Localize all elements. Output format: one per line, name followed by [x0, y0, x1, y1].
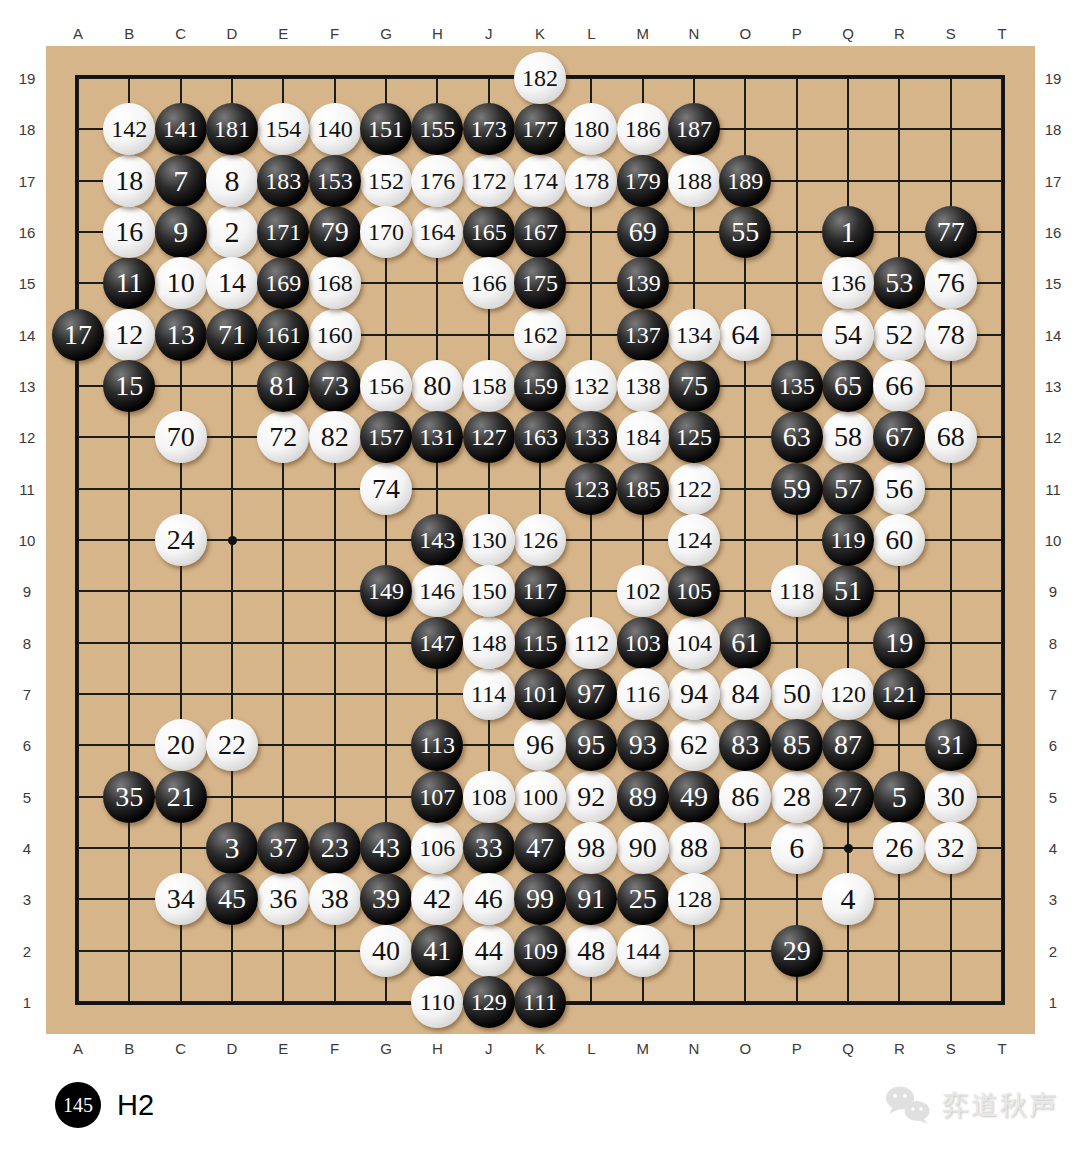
coord-label-col-J: J	[485, 1040, 493, 1057]
stone-R11-move-56: 56	[873, 463, 925, 515]
coord-label-row-12: 12	[1045, 429, 1062, 446]
coord-label-row-1: 1	[1049, 994, 1057, 1011]
stone-J13-move-158: 158	[463, 360, 515, 412]
coord-label-col-H: H	[432, 25, 443, 42]
stone-G3-move-39: 39	[360, 873, 412, 925]
coord-label-row-13: 13	[1045, 378, 1062, 395]
footnote-stone-black: 145	[55, 1082, 101, 1128]
coord-label-col-T: T	[997, 1040, 1006, 1057]
stone-H1-move-110: 110	[411, 976, 463, 1028]
coord-label-col-O: O	[739, 1040, 751, 1057]
stone-B5-move-35: 35	[103, 771, 155, 823]
stone-G13-move-156: 156	[360, 360, 412, 412]
stone-D4-move-3: 3	[206, 822, 258, 874]
star-point-D10	[228, 536, 237, 545]
stone-C6-move-20: 20	[155, 719, 207, 771]
coord-label-row-9: 9	[1049, 583, 1057, 600]
coord-label-col-T: T	[997, 25, 1006, 42]
stone-B13-move-15: 15	[103, 360, 155, 412]
coord-label-col-D: D	[227, 1040, 238, 1057]
coord-label-col-N: N	[689, 25, 700, 42]
stone-M2-move-144: 144	[617, 925, 669, 977]
stone-L2-move-48: 48	[565, 925, 617, 977]
coord-label-row-8: 8	[23, 634, 31, 651]
stone-J16-move-165: 165	[463, 206, 515, 258]
stone-C10-move-24: 24	[155, 514, 207, 566]
stone-N5-move-49: 49	[668, 771, 720, 823]
coord-label-row-17: 17	[1045, 172, 1062, 189]
coord-label-col-F: F	[330, 1040, 339, 1057]
stone-R10-move-60: 60	[873, 514, 925, 566]
stone-O7-move-84: 84	[719, 668, 771, 720]
stone-C17-move-7: 7	[155, 155, 207, 207]
stone-Q6-move-87: 87	[822, 719, 874, 771]
stone-A14-move-17: 17	[52, 309, 104, 361]
stone-P6-move-85: 85	[771, 719, 823, 771]
coord-label-row-8: 8	[1049, 634, 1057, 651]
stone-O17-move-189: 189	[719, 155, 771, 207]
coord-label-col-Q: Q	[842, 25, 854, 42]
stone-G2-move-40: 40	[360, 925, 412, 977]
stone-N18-move-187: 187	[668, 103, 720, 155]
stone-G12-move-157: 157	[360, 411, 412, 463]
coord-label-col-G: G	[380, 1040, 392, 1057]
coord-label-row-2: 2	[23, 942, 31, 959]
stone-P7-move-50: 50	[771, 668, 823, 720]
stone-Q9-move-51: 51	[822, 565, 874, 617]
coord-label-row-15: 15	[1045, 275, 1062, 292]
wechat-logo-icon	[884, 1084, 934, 1126]
stone-Q3-move-4: 4	[822, 873, 874, 925]
stone-S6-move-31: 31	[925, 719, 977, 771]
stone-P5-move-28: 28	[771, 771, 823, 823]
stone-L17-move-178: 178	[565, 155, 617, 207]
stone-H10-move-143: 143	[411, 514, 463, 566]
stone-C14-move-13: 13	[155, 309, 207, 361]
stone-R8-move-19: 19	[873, 617, 925, 669]
stone-M5-move-89: 89	[617, 771, 669, 823]
stone-B16-move-16: 16	[103, 206, 155, 258]
stone-K1-move-111: 111	[514, 976, 566, 1028]
coord-label-col-F: F	[330, 25, 339, 42]
stone-L5-move-92: 92	[565, 771, 617, 823]
stone-J3-move-46: 46	[463, 873, 515, 925]
stone-E13-move-81: 81	[257, 360, 309, 412]
stone-N13-move-75: 75	[668, 360, 720, 412]
coord-label-row-10: 10	[19, 532, 36, 549]
stone-K3-move-99: 99	[514, 873, 566, 925]
stone-D14-move-71: 71	[206, 309, 258, 361]
coord-label-row-15: 15	[19, 275, 36, 292]
stone-M4-move-90: 90	[617, 822, 669, 874]
coord-label-row-7: 7	[23, 686, 31, 703]
stone-J2-move-44: 44	[463, 925, 515, 977]
stone-B14-move-12: 12	[103, 309, 155, 361]
stone-N8-move-104: 104	[668, 617, 720, 669]
stone-K10-move-126: 126	[514, 514, 566, 566]
coord-label-col-D: D	[227, 25, 238, 42]
stone-G4-move-43: 43	[360, 822, 412, 874]
coord-label-row-9: 9	[23, 583, 31, 600]
stone-J1-move-129: 129	[463, 976, 515, 1028]
stone-S14-move-78: 78	[925, 309, 977, 361]
stone-R14-move-52: 52	[873, 309, 925, 361]
stone-H5-move-107: 107	[411, 771, 463, 823]
stone-P4-move-6: 6	[771, 822, 823, 874]
stone-P13-move-135: 135	[771, 360, 823, 412]
coord-label-row-2: 2	[1049, 942, 1057, 959]
stone-L8-move-112: 112	[565, 617, 617, 669]
coord-label-col-A: A	[73, 1040, 83, 1057]
coord-label-col-P: P	[792, 25, 802, 42]
stone-H16-move-164: 164	[411, 206, 463, 258]
footnote-point-label: H2	[117, 1089, 154, 1122]
go-kifu-page: AABBCCDDEEFFGGHHJJKKLLMMNNOOPPQQRRSSTT19…	[0, 0, 1080, 1156]
stone-F18-move-140: 140	[309, 103, 361, 155]
coord-label-col-S: S	[946, 1040, 956, 1057]
move-footnote: 145 H2	[55, 1082, 154, 1128]
stone-Q14-move-54: 54	[822, 309, 874, 361]
coord-label-row-17: 17	[19, 172, 36, 189]
coord-label-col-A: A	[73, 25, 83, 42]
stone-E16-move-171: 171	[257, 206, 309, 258]
stone-K9-move-117: 117	[514, 565, 566, 617]
coord-label-row-10: 10	[1045, 532, 1062, 549]
coord-label-col-R: R	[894, 1040, 905, 1057]
stone-L7-move-97: 97	[565, 668, 617, 720]
stone-Q16-move-1: 1	[822, 206, 874, 258]
stone-L13-move-132: 132	[565, 360, 617, 412]
stone-S12-move-68: 68	[925, 411, 977, 463]
stone-N6-move-62: 62	[668, 719, 720, 771]
stone-M9-move-102: 102	[617, 565, 669, 617]
stone-G17-move-152: 152	[360, 155, 412, 207]
coord-label-row-11: 11	[19, 480, 35, 497]
coord-label-col-P: P	[792, 1040, 802, 1057]
stone-Q11-move-57: 57	[822, 463, 874, 515]
coord-label-row-7: 7	[1049, 686, 1057, 703]
coord-label-col-K: K	[535, 25, 545, 42]
coord-label-row-11: 11	[1045, 480, 1061, 497]
stone-Q5-move-27: 27	[822, 771, 874, 823]
stone-N12-move-125: 125	[668, 411, 720, 463]
coord-label-row-16: 16	[19, 224, 36, 241]
coord-label-row-12: 12	[19, 429, 36, 446]
stone-M15-move-139: 139	[617, 257, 669, 309]
stone-Q12-move-58: 58	[822, 411, 874, 463]
stone-P11-move-59: 59	[771, 463, 823, 515]
coord-label-col-Q: Q	[842, 1040, 854, 1057]
stone-P9-move-118: 118	[771, 565, 823, 617]
stone-F17-move-153: 153	[309, 155, 361, 207]
stone-J17-move-172: 172	[463, 155, 515, 207]
stone-G9-move-149: 149	[360, 565, 412, 617]
stone-C18-move-141: 141	[155, 103, 207, 155]
coord-label-row-4: 4	[1049, 840, 1057, 857]
stone-M12-move-184: 184	[617, 411, 669, 463]
stone-F15-move-168: 168	[309, 257, 361, 309]
stone-S15-move-76: 76	[925, 257, 977, 309]
coord-label-row-1: 1	[23, 994, 31, 1011]
stone-N17-move-188: 188	[668, 155, 720, 207]
stone-K13-move-159: 159	[514, 360, 566, 412]
watermark-text: 弈道秋声	[942, 1087, 1058, 1123]
stone-J9-move-150: 150	[463, 565, 515, 617]
coord-label-row-6: 6	[1049, 737, 1057, 754]
coord-label-col-O: O	[739, 25, 751, 42]
coord-label-col-J: J	[485, 25, 493, 42]
coord-label-col-L: L	[587, 1040, 595, 1057]
stone-F4-move-23: 23	[309, 822, 361, 874]
stone-F16-move-79: 79	[309, 206, 361, 258]
stone-Q15-move-136: 136	[822, 257, 874, 309]
coord-label-col-L: L	[587, 25, 595, 42]
stone-P2-move-29: 29	[771, 925, 823, 977]
watermark: 弈道秋声	[884, 1084, 1058, 1126]
stone-D17-move-8: 8	[206, 155, 258, 207]
coord-label-row-14: 14	[19, 326, 36, 343]
coord-label-col-B: B	[124, 1040, 134, 1057]
stone-F14-move-160: 160	[309, 309, 361, 361]
coord-label-col-H: H	[432, 1040, 443, 1057]
coord-label-row-14: 14	[1045, 326, 1062, 343]
stone-R7-move-121: 121	[873, 668, 925, 720]
stone-C12-move-70: 70	[155, 411, 207, 463]
coord-label-col-K: K	[535, 1040, 545, 1057]
coord-label-row-16: 16	[1045, 224, 1062, 241]
stone-N10-move-124: 124	[668, 514, 720, 566]
stone-J15-move-166: 166	[463, 257, 515, 309]
stone-M8-move-103: 103	[617, 617, 669, 669]
stone-L11-move-123: 123	[565, 463, 617, 515]
stone-C3-move-34: 34	[155, 873, 207, 925]
coord-label-row-6: 6	[23, 737, 31, 754]
stone-M14-move-137: 137	[617, 309, 669, 361]
stone-K6-move-96: 96	[514, 719, 566, 771]
coord-label-col-N: N	[689, 1040, 700, 1057]
stone-K14-move-162: 162	[514, 309, 566, 361]
stone-D6-move-22: 22	[206, 719, 258, 771]
coord-label-col-C: C	[175, 1040, 186, 1057]
coord-label-row-4: 4	[23, 840, 31, 857]
stone-N9-move-105: 105	[668, 565, 720, 617]
stone-K2-move-109: 109	[514, 925, 566, 977]
stone-E4-move-37: 37	[257, 822, 309, 874]
stone-H13-move-80: 80	[411, 360, 463, 412]
stone-O8-move-61: 61	[719, 617, 771, 669]
stone-J4-move-33: 33	[463, 822, 515, 874]
stone-G18-move-151: 151	[360, 103, 412, 155]
coord-label-row-18: 18	[19, 121, 36, 138]
stone-R13-move-66: 66	[873, 360, 925, 412]
stone-L4-move-98: 98	[565, 822, 617, 874]
stone-K18-move-177: 177	[514, 103, 566, 155]
coord-label-col-G: G	[380, 25, 392, 42]
stone-H17-move-176: 176	[411, 155, 463, 207]
stone-K8-move-115: 115	[514, 617, 566, 669]
stone-O14-move-64: 64	[719, 309, 771, 361]
stone-E14-move-161: 161	[257, 309, 309, 361]
stone-J18-move-173: 173	[463, 103, 515, 155]
stone-M13-move-138: 138	[617, 360, 669, 412]
stone-K19-move-182: 182	[514, 52, 566, 104]
stone-M6-move-93: 93	[617, 719, 669, 771]
stone-M16-move-69: 69	[617, 206, 669, 258]
stone-D15-move-14: 14	[206, 257, 258, 309]
stone-K4-move-47: 47	[514, 822, 566, 874]
stone-S16-move-77: 77	[925, 206, 977, 258]
stone-N14-move-134: 134	[668, 309, 720, 361]
stone-Q7-move-120: 120	[822, 668, 874, 720]
stone-C16-move-9: 9	[155, 206, 207, 258]
stone-F13-move-73: 73	[309, 360, 361, 412]
stone-H2-move-41: 41	[411, 925, 463, 977]
coord-label-row-3: 3	[1049, 891, 1057, 908]
stone-M11-move-185: 185	[617, 463, 669, 515]
coord-label-row-18: 18	[1045, 121, 1062, 138]
stone-D16-move-2: 2	[206, 206, 258, 258]
coord-label-col-M: M	[636, 1040, 649, 1057]
stone-S4-move-32: 32	[925, 822, 977, 874]
star-point-Q4	[844, 844, 853, 853]
coord-label-col-C: C	[175, 25, 186, 42]
stone-Q13-move-65: 65	[822, 360, 874, 412]
stone-J10-move-130: 130	[463, 514, 515, 566]
stone-K16-move-167: 167	[514, 206, 566, 258]
coord-label-row-3: 3	[23, 891, 31, 908]
stone-K12-move-163: 163	[514, 411, 566, 463]
stone-J5-move-108: 108	[463, 771, 515, 823]
stone-C5-move-21: 21	[155, 771, 207, 823]
stone-K15-move-175: 175	[514, 257, 566, 309]
coord-label-col-E: E	[278, 1040, 288, 1057]
coord-label-col-B: B	[124, 25, 134, 42]
stone-O16-move-55: 55	[719, 206, 771, 258]
stone-J8-move-148: 148	[463, 617, 515, 669]
coord-label-row-5: 5	[23, 788, 31, 805]
stone-N11-move-122: 122	[668, 463, 720, 515]
stone-N7-move-94: 94	[668, 668, 720, 720]
stone-K7-move-101: 101	[514, 668, 566, 720]
stone-C15-move-10: 10	[155, 257, 207, 309]
coord-label-col-S: S	[946, 25, 956, 42]
stone-D3-move-45: 45	[206, 873, 258, 925]
stone-S5-move-30: 30	[925, 771, 977, 823]
stone-G11-move-74: 74	[360, 463, 412, 515]
stone-E17-move-183: 183	[257, 155, 309, 207]
stone-F12-move-82: 82	[309, 411, 361, 463]
stone-H8-move-147: 147	[411, 617, 463, 669]
stone-J7-move-114: 114	[463, 668, 515, 720]
coord-label-col-R: R	[894, 25, 905, 42]
stone-M7-move-116: 116	[617, 668, 669, 720]
stone-F3-move-38: 38	[309, 873, 361, 925]
coord-label-row-19: 19	[1045, 70, 1062, 87]
stone-Q10-move-119: 119	[822, 514, 874, 566]
coord-label-row-5: 5	[1049, 788, 1057, 805]
coord-label-col-M: M	[636, 25, 649, 42]
footnote-move-number: 145	[63, 1095, 93, 1115]
stone-H4-move-106: 106	[411, 822, 463, 874]
coord-label-row-19: 19	[19, 70, 36, 87]
coord-label-row-13: 13	[19, 378, 36, 395]
stone-O5-move-86: 86	[719, 771, 771, 823]
stone-N3-move-128: 128	[668, 873, 720, 925]
stone-D18-move-181: 181	[206, 103, 258, 155]
stone-K5-move-100: 100	[514, 771, 566, 823]
stone-R5-move-5: 5	[873, 771, 925, 823]
stone-B17-move-18: 18	[103, 155, 155, 207]
stone-G16-move-170: 170	[360, 206, 412, 258]
stone-J12-move-127: 127	[463, 411, 515, 463]
stone-M18-move-186: 186	[617, 103, 669, 155]
stone-M3-move-25: 25	[617, 873, 669, 925]
stone-K17-move-174: 174	[514, 155, 566, 207]
stone-M17-move-179: 179	[617, 155, 669, 207]
coord-label-col-E: E	[278, 25, 288, 42]
stone-R4-move-26: 26	[873, 822, 925, 874]
stone-P12-move-63: 63	[771, 411, 823, 463]
stone-N4-move-88: 88	[668, 822, 720, 874]
